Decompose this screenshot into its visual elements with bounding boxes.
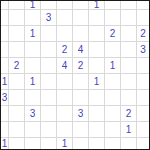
cell-r2c6[interactable] xyxy=(89,26,104,41)
cell-r8c4[interactable] xyxy=(57,122,72,137)
cell-r4c0[interactable] xyxy=(1,58,8,73)
cell-r7c8[interactable]: 2 xyxy=(121,106,136,121)
cell-r2c9[interactable]: 2 xyxy=(137,26,149,41)
cell-r0c5[interactable] xyxy=(73,1,88,9)
cell-r1c4[interactable] xyxy=(57,10,72,25)
cell-r5c3[interactable] xyxy=(41,74,56,89)
cell-r2c3[interactable] xyxy=(41,26,56,41)
cell-r3c7[interactable] xyxy=(105,42,120,57)
puzzle-board: 11312224324211113332111 xyxy=(0,0,150,150)
cell-r0c7[interactable] xyxy=(105,1,120,9)
cell-r0c9[interactable] xyxy=(137,1,149,9)
cell-r1c9[interactable] xyxy=(137,10,149,25)
cell-r8c7[interactable] xyxy=(105,122,120,137)
cell-r4c1[interactable]: 2 xyxy=(9,58,24,73)
cell-r3c4[interactable]: 2 xyxy=(57,42,72,57)
cell-r5c0[interactable]: 1 xyxy=(1,74,8,89)
cell-r2c8[interactable] xyxy=(121,26,136,41)
cell-r0c2[interactable]: 1 xyxy=(25,1,40,9)
cell-r3c9[interactable]: 3 xyxy=(137,42,149,57)
cell-r2c7[interactable]: 2 xyxy=(105,26,120,41)
cell-r9c7[interactable] xyxy=(105,138,120,149)
cell-r6c0[interactable]: 3 xyxy=(1,90,8,105)
cell-r9c4[interactable]: 1 xyxy=(57,138,72,149)
cell-r2c1[interactable] xyxy=(9,26,24,41)
cell-r2c5[interactable] xyxy=(73,26,88,41)
cell-r8c3[interactable] xyxy=(41,122,56,137)
cell-r8c1[interactable] xyxy=(9,122,24,137)
cell-r3c1[interactable] xyxy=(9,42,24,57)
cell-r3c0[interactable] xyxy=(1,42,8,57)
cell-r7c2[interactable]: 3 xyxy=(25,106,40,121)
cell-r1c7[interactable] xyxy=(105,10,120,25)
cell-r4c6[interactable] xyxy=(89,58,104,73)
cell-r2c2[interactable]: 1 xyxy=(25,26,40,41)
cell-r5c2[interactable]: 1 xyxy=(25,74,40,89)
cell-r9c0[interactable]: 1 xyxy=(1,138,8,149)
cell-r4c2[interactable] xyxy=(25,58,40,73)
cell-r7c4[interactable] xyxy=(57,106,72,121)
cell-r5c6[interactable]: 1 xyxy=(89,74,104,89)
cell-r6c2[interactable] xyxy=(25,90,40,105)
cell-r4c8[interactable] xyxy=(121,58,136,73)
cell-r5c5[interactable] xyxy=(73,74,88,89)
cell-r0c3[interactable] xyxy=(41,1,56,9)
cell-r7c3[interactable] xyxy=(41,106,56,121)
cell-r0c8[interactable] xyxy=(121,1,136,9)
cell-r1c8[interactable] xyxy=(121,10,136,25)
cell-r9c5[interactable] xyxy=(73,138,88,149)
cell-r3c8[interactable] xyxy=(121,42,136,57)
cell-r1c5[interactable] xyxy=(73,10,88,25)
cell-r8c0[interactable] xyxy=(1,122,8,137)
cell-r4c5[interactable]: 2 xyxy=(73,58,88,73)
cell-r8c5[interactable] xyxy=(73,122,88,137)
cell-r2c0[interactable] xyxy=(1,26,8,41)
cell-r4c9[interactable] xyxy=(137,58,149,73)
cell-r0c0[interactable] xyxy=(1,1,8,9)
cell-r7c1[interactable] xyxy=(9,106,24,121)
cell-r2c4[interactable] xyxy=(57,26,72,41)
cell-r3c3[interactable] xyxy=(41,42,56,57)
cell-r1c3[interactable]: 3 xyxy=(41,10,56,25)
cell-r7c6[interactable] xyxy=(89,106,104,121)
cell-r7c5[interactable]: 3 xyxy=(73,106,88,121)
cell-r7c7[interactable] xyxy=(105,106,120,121)
cell-r1c2[interactable] xyxy=(25,10,40,25)
cell-r7c0[interactable] xyxy=(1,106,8,121)
cell-r6c6[interactable] xyxy=(89,90,104,105)
cell-r3c5[interactable]: 4 xyxy=(73,42,88,57)
cell-r4c4[interactable]: 4 xyxy=(57,58,72,73)
cell-r7c9[interactable] xyxy=(137,106,149,121)
cell-r6c3[interactable] xyxy=(41,90,56,105)
cell-r5c1[interactable] xyxy=(9,74,24,89)
cell-r9c2[interactable] xyxy=(25,138,40,149)
cell-r8c9[interactable] xyxy=(137,122,149,137)
cell-r8c8[interactable]: 1 xyxy=(121,122,136,137)
cell-r1c0[interactable] xyxy=(1,10,8,25)
cell-r3c6[interactable] xyxy=(89,42,104,57)
cell-r9c6[interactable] xyxy=(89,138,104,149)
cell-r4c3[interactable] xyxy=(41,58,56,73)
cell-r9c9[interactable] xyxy=(137,138,149,149)
cell-r0c4[interactable] xyxy=(57,1,72,9)
cell-r5c8[interactable] xyxy=(121,74,136,89)
cell-r5c9[interactable] xyxy=(137,74,149,89)
cell-r8c2[interactable] xyxy=(25,122,40,137)
cell-r6c9[interactable] xyxy=(137,90,149,105)
cell-r6c7[interactable] xyxy=(105,90,120,105)
cell-r0c6[interactable]: 1 xyxy=(89,1,104,9)
cell-r0c1[interactable] xyxy=(9,1,24,9)
cell-r1c1[interactable] xyxy=(9,10,24,25)
cell-r6c8[interactable] xyxy=(121,90,136,105)
cell-r6c4[interactable] xyxy=(57,90,72,105)
cell-r1c6[interactable] xyxy=(89,10,104,25)
cell-r8c6[interactable] xyxy=(89,122,104,137)
cell-r5c4[interactable] xyxy=(57,74,72,89)
cell-r4c7[interactable]: 1 xyxy=(105,58,120,73)
cell-r6c5[interactable] xyxy=(73,90,88,105)
cell-r9c3[interactable] xyxy=(41,138,56,149)
cell-r5c7[interactable] xyxy=(105,74,120,89)
cell-r9c8[interactable] xyxy=(121,138,136,149)
cell-r6c1[interactable] xyxy=(9,90,24,105)
cell-r9c1[interactable] xyxy=(9,138,24,149)
cell-r3c2[interactable] xyxy=(25,42,40,57)
